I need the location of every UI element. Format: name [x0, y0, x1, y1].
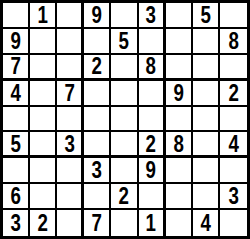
cell-r2c8[interactable] — [193, 29, 220, 55]
given-digit: 5 — [200, 3, 210, 27]
cell-r8c1[interactable]: 6 — [3, 184, 30, 210]
cell-r3c3[interactable] — [57, 55, 84, 81]
cell-r2c9[interactable]: 8 — [220, 29, 247, 55]
cell-r6c4[interactable] — [84, 132, 111, 158]
given-digit: 8 — [173, 132, 183, 155]
cell-r3c1[interactable]: 7 — [3, 55, 30, 81]
cell-r5c3[interactable] — [57, 107, 84, 133]
cell-r1c8[interactable]: 5 — [193, 3, 220, 29]
cell-r1c2[interactable]: 1 — [30, 3, 57, 29]
cell-r4c7[interactable]: 9 — [166, 81, 193, 107]
given-digit: 4 — [200, 211, 210, 235]
cell-r7c5[interactable] — [111, 158, 138, 184]
cell-r7c1[interactable] — [3, 158, 30, 184]
cell-r9c2[interactable]: 2 — [30, 210, 57, 236]
cell-r7c4[interactable]: 3 — [84, 158, 111, 184]
cell-r4c9[interactable]: 2 — [220, 81, 247, 107]
cell-r2c6[interactable] — [139, 29, 166, 55]
cell-r5c8[interactable] — [193, 107, 220, 133]
cell-r3c7[interactable] — [166, 55, 193, 81]
cell-r4c8[interactable] — [193, 81, 220, 107]
cell-r1c9[interactable] — [220, 3, 247, 29]
given-digit: 2 — [37, 211, 47, 235]
cell-r9c8[interactable]: 4 — [193, 210, 220, 236]
given-digit: 8 — [228, 29, 238, 53]
cell-r9c1[interactable]: 3 — [3, 210, 30, 236]
given-digit: 9 — [92, 3, 102, 27]
given-digit: 9 — [10, 29, 20, 53]
given-digit: 5 — [10, 132, 20, 155]
cell-r3c8[interactable] — [193, 55, 220, 81]
cell-r7c2[interactable] — [30, 158, 57, 184]
cell-r8c7[interactable] — [166, 184, 193, 210]
cell-r6c2[interactable] — [30, 132, 57, 158]
cell-r4c3[interactable]: 7 — [57, 81, 84, 107]
cell-r4c5[interactable] — [111, 81, 138, 107]
cell-r9c6[interactable]: 1 — [139, 210, 166, 236]
given-digit: 3 — [228, 184, 238, 208]
cell-r7c7[interactable] — [166, 158, 193, 184]
cell-r4c4[interactable] — [84, 81, 111, 107]
cell-r8c8[interactable] — [193, 184, 220, 210]
given-digit: 1 — [37, 3, 47, 27]
cell-r8c5[interactable]: 2 — [111, 184, 138, 210]
given-digit: 9 — [173, 81, 183, 105]
cell-r6c8[interactable] — [193, 132, 220, 158]
cell-r9c3[interactable] — [57, 210, 84, 236]
given-digit: 1 — [145, 211, 155, 235]
cell-r5c1[interactable] — [3, 107, 30, 133]
cell-r3c9[interactable] — [220, 55, 247, 81]
given-digit: 7 — [64, 81, 74, 105]
cell-r9c7[interactable] — [166, 210, 193, 236]
given-digit: 7 — [92, 211, 102, 235]
cell-r2c4[interactable] — [84, 29, 111, 55]
cell-r6c7[interactable]: 8 — [166, 132, 193, 158]
cell-r7c6[interactable]: 9 — [139, 158, 166, 184]
cell-r6c5[interactable] — [111, 132, 138, 158]
cell-r1c1[interactable] — [3, 3, 30, 29]
given-digit: 3 — [145, 3, 155, 27]
given-digit: 2 — [119, 184, 129, 208]
cell-r8c4[interactable] — [84, 184, 111, 210]
given-digit: 4 — [10, 81, 20, 105]
cell-r4c2[interactable] — [30, 81, 57, 107]
cell-r7c9[interactable] — [220, 158, 247, 184]
cell-r8c2[interactable] — [30, 184, 57, 210]
cell-r5c6[interactable] — [139, 107, 166, 133]
cell-r3c5[interactable] — [111, 55, 138, 81]
cell-r6c9[interactable]: 4 — [220, 132, 247, 158]
cell-r1c6[interactable]: 3 — [139, 3, 166, 29]
cell-r9c4[interactable]: 7 — [84, 210, 111, 236]
cell-r1c7[interactable] — [166, 3, 193, 29]
given-digit: 5 — [119, 29, 129, 53]
given-digit: 7 — [10, 55, 20, 78]
cell-r3c6[interactable]: 8 — [139, 55, 166, 81]
cell-r4c1[interactable]: 4 — [3, 81, 30, 107]
cell-r7c8[interactable] — [193, 158, 220, 184]
given-digit: 2 — [145, 132, 155, 155]
cell-r2c2[interactable] — [30, 29, 57, 55]
cell-r3c2[interactable] — [30, 55, 57, 81]
given-digit: 4 — [228, 132, 238, 155]
given-digit: 2 — [228, 81, 238, 105]
cell-r2c3[interactable] — [57, 29, 84, 55]
given-digit: 9 — [145, 158, 155, 182]
cell-r2c7[interactable] — [166, 29, 193, 55]
cell-r8c6[interactable] — [139, 184, 166, 210]
cell-r3c4[interactable]: 2 — [84, 55, 111, 81]
cell-r5c5[interactable] — [111, 107, 138, 133]
cell-r1c3[interactable] — [57, 3, 84, 29]
sudoku-board: 19359587284792532843962332714 — [0, 0, 250, 239]
given-digit: 2 — [92, 55, 102, 78]
cell-r6c3[interactable]: 3 — [57, 132, 84, 158]
cell-r8c9[interactable]: 3 — [220, 184, 247, 210]
cell-r9c5[interactable] — [111, 210, 138, 236]
given-digit: 3 — [64, 132, 74, 155]
cell-r6c6[interactable]: 2 — [139, 132, 166, 158]
given-digit: 8 — [145, 55, 155, 78]
cell-r9c9[interactable] — [220, 210, 247, 236]
cell-r6c1[interactable]: 5 — [3, 132, 30, 158]
cell-r5c9[interactable] — [220, 107, 247, 133]
cell-r4c6[interactable] — [139, 81, 166, 107]
cell-r5c4[interactable] — [84, 107, 111, 133]
cell-r2c5[interactable]: 5 — [111, 29, 138, 55]
cell-r8c3[interactable] — [57, 184, 84, 210]
cell-r1c5[interactable] — [111, 3, 138, 29]
cell-r5c7[interactable] — [166, 107, 193, 133]
cell-r2c1[interactable]: 9 — [3, 29, 30, 55]
cell-r5c2[interactable] — [30, 107, 57, 133]
given-digit: 3 — [10, 211, 20, 235]
cell-r1c4[interactable]: 9 — [84, 3, 111, 29]
given-digit: 3 — [92, 158, 102, 182]
given-digit: 6 — [10, 184, 20, 208]
cell-r7c3[interactable] — [57, 158, 84, 184]
